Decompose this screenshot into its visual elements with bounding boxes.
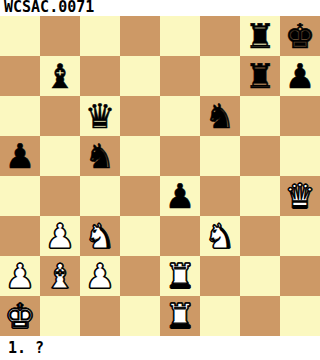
black-knight[interactable]: ♞ <box>205 96 235 136</box>
square-c4[interactable] <box>80 176 120 216</box>
chess-diagram-window: WCSAC.0071 ♜♚♝♜♟♛♞♟♞♟♛♟♞♞♟♝♟♜♚♜ 1. ? <box>0 0 320 360</box>
square-f2[interactable] <box>200 256 240 296</box>
black-pawn[interactable]: ♟ <box>5 136 35 176</box>
square-a1[interactable]: ♚ <box>0 296 40 336</box>
square-b4[interactable] <box>40 176 80 216</box>
square-e6[interactable] <box>160 96 200 136</box>
square-g6[interactable] <box>240 96 280 136</box>
square-d7[interactable] <box>120 56 160 96</box>
white-bishop[interactable]: ♝ <box>45 256 75 296</box>
square-e2[interactable]: ♜ <box>160 256 200 296</box>
white-rook[interactable]: ♜ <box>165 296 195 336</box>
square-e7[interactable] <box>160 56 200 96</box>
black-king[interactable]: ♚ <box>285 16 315 56</box>
square-f6[interactable]: ♞ <box>200 96 240 136</box>
square-b5[interactable] <box>40 136 80 176</box>
square-b6[interactable] <box>40 96 80 136</box>
square-d5[interactable] <box>120 136 160 176</box>
square-g8[interactable]: ♜ <box>240 16 280 56</box>
square-e8[interactable] <box>160 16 200 56</box>
square-h4[interactable]: ♛ <box>280 176 320 216</box>
square-f4[interactable] <box>200 176 240 216</box>
square-h1[interactable] <box>280 296 320 336</box>
square-f7[interactable] <box>200 56 240 96</box>
square-h7[interactable]: ♟ <box>280 56 320 96</box>
square-a3[interactable] <box>0 216 40 256</box>
white-knight[interactable]: ♞ <box>85 216 115 256</box>
puzzle-title: WCSAC.0071 <box>0 0 320 16</box>
square-a6[interactable] <box>0 96 40 136</box>
square-c7[interactable] <box>80 56 120 96</box>
square-a7[interactable] <box>0 56 40 96</box>
black-queen[interactable]: ♛ <box>85 96 115 136</box>
square-h8[interactable]: ♚ <box>280 16 320 56</box>
white-queen[interactable]: ♛ <box>285 176 315 216</box>
square-g4[interactable] <box>240 176 280 216</box>
square-g5[interactable] <box>240 136 280 176</box>
black-pawn[interactable]: ♟ <box>165 176 195 216</box>
white-pawn[interactable]: ♟ <box>85 256 115 296</box>
square-a4[interactable] <box>0 176 40 216</box>
square-f8[interactable] <box>200 16 240 56</box>
move-prompt: 1. ? <box>0 339 320 357</box>
square-a5[interactable]: ♟ <box>0 136 40 176</box>
square-g1[interactable] <box>240 296 280 336</box>
square-h3[interactable] <box>280 216 320 256</box>
square-e4[interactable]: ♟ <box>160 176 200 216</box>
black-rook[interactable]: ♜ <box>245 16 275 56</box>
square-b3[interactable]: ♟ <box>40 216 80 256</box>
square-e3[interactable] <box>160 216 200 256</box>
black-bishop[interactable]: ♝ <box>45 56 75 96</box>
square-d1[interactable] <box>120 296 160 336</box>
square-d2[interactable] <box>120 256 160 296</box>
square-h6[interactable] <box>280 96 320 136</box>
square-c5[interactable]: ♞ <box>80 136 120 176</box>
square-e1[interactable]: ♜ <box>160 296 200 336</box>
square-f5[interactable] <box>200 136 240 176</box>
square-b7[interactable]: ♝ <box>40 56 80 96</box>
black-knight[interactable]: ♞ <box>85 136 115 176</box>
square-c6[interactable]: ♛ <box>80 96 120 136</box>
black-rook[interactable]: ♜ <box>245 56 275 96</box>
square-g7[interactable]: ♜ <box>240 56 280 96</box>
square-d4[interactable] <box>120 176 160 216</box>
square-a8[interactable] <box>0 16 40 56</box>
white-rook[interactable]: ♜ <box>165 256 195 296</box>
square-b1[interactable] <box>40 296 80 336</box>
square-c2[interactable]: ♟ <box>80 256 120 296</box>
square-d6[interactable] <box>120 96 160 136</box>
chess-board: ♜♚♝♜♟♛♞♟♞♟♛♟♞♞♟♝♟♜♚♜ <box>0 16 320 336</box>
square-f1[interactable] <box>200 296 240 336</box>
square-a2[interactable]: ♟ <box>0 256 40 296</box>
square-d8[interactable] <box>120 16 160 56</box>
square-c3[interactable]: ♞ <box>80 216 120 256</box>
square-b8[interactable] <box>40 16 80 56</box>
white-king[interactable]: ♚ <box>5 296 35 336</box>
square-g2[interactable] <box>240 256 280 296</box>
square-h2[interactable] <box>280 256 320 296</box>
square-h5[interactable] <box>280 136 320 176</box>
square-c8[interactable] <box>80 16 120 56</box>
square-b2[interactable]: ♝ <box>40 256 80 296</box>
square-c1[interactable] <box>80 296 120 336</box>
square-d3[interactable] <box>120 216 160 256</box>
square-g3[interactable] <box>240 216 280 256</box>
white-pawn[interactable]: ♟ <box>45 216 75 256</box>
square-f3[interactable]: ♞ <box>200 216 240 256</box>
white-knight[interactable]: ♞ <box>205 216 235 256</box>
black-pawn[interactable]: ♟ <box>285 56 315 96</box>
white-pawn[interactable]: ♟ <box>5 256 35 296</box>
square-e5[interactable] <box>160 136 200 176</box>
